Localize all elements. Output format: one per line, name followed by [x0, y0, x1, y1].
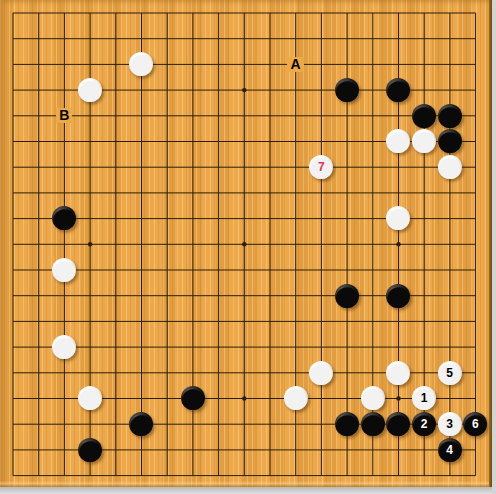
move-number-label: 5 [446, 366, 453, 378]
stone-glyph: ● [78, 386, 102, 410]
stone-glyph: ● [386, 412, 410, 436]
frame-bottom [0, 487, 492, 494]
stone-glyph: ● [386, 284, 410, 308]
white-stone[interactable]: ● [412, 129, 436, 153]
stone-glyph: ● [361, 386, 385, 410]
black-stone[interactable]: ● [386, 284, 410, 308]
board-stones-layer: ●●●●●●●●●●7●●●●●●●●●●5●●●●●1●●●●●2●3●6●●… [0, 0, 488, 488]
white-stone[interactable]: ● [129, 52, 153, 76]
stone-glyph: ● [284, 386, 308, 410]
black-stone[interactable]: ● [438, 129, 462, 153]
white-stone[interactable]: ● [284, 386, 308, 410]
board-letter-b: B [56, 108, 72, 123]
white-stone[interactable]: ● [78, 78, 102, 102]
stone-glyph: ● [129, 412, 153, 436]
black-stone[interactable]: ● [361, 412, 385, 436]
go-board-screenshot: ●●●●●●●●●●7●●●●●●●●●●5●●●●●1●●●●●2●3●6●●… [0, 0, 496, 494]
black-stone-move-2[interactable]: ●2 [412, 412, 436, 436]
move-number-label: 6 [472, 417, 479, 429]
stone-glyph: ● [386, 361, 410, 385]
stone-glyph: ● [52, 206, 76, 230]
stone-glyph: ● [438, 129, 462, 153]
black-stone[interactable]: ● [412, 104, 436, 128]
white-stone[interactable]: ● [52, 335, 76, 359]
board-letter-a: A [287, 57, 303, 72]
stone-glyph: ● [52, 335, 76, 359]
move-number-label: 1 [421, 392, 428, 404]
stone-glyph: ● [335, 412, 359, 436]
white-stone[interactable]: ● [386, 129, 410, 153]
black-stone[interactable]: ● [335, 284, 359, 308]
move-number-label: 4 [446, 443, 453, 455]
black-stone[interactable]: ● [386, 78, 410, 102]
white-stone[interactable]: ● [386, 361, 410, 385]
stone-glyph: ● [129, 52, 153, 76]
frame-right [492, 0, 496, 494]
white-stone[interactable]: ● [78, 386, 102, 410]
stone-glyph: ● [438, 104, 462, 128]
move-number-label: 2 [421, 417, 428, 429]
white-stone[interactable]: ● [361, 386, 385, 410]
white-stone-move-5[interactable]: ●5 [438, 361, 462, 385]
black-stone[interactable]: ● [335, 412, 359, 436]
goban[interactable]: ●●●●●●●●●●7●●●●●●●●●●5●●●●●1●●●●●2●3●6●●… [0, 0, 489, 487]
stone-glyph: ● [412, 129, 436, 153]
stone-glyph: ● [386, 129, 410, 153]
black-stone[interactable]: ● [52, 206, 76, 230]
stone-glyph: ● [309, 361, 333, 385]
move-number-label: 7 [318, 161, 325, 173]
black-stone-move-4[interactable]: ●4 [438, 438, 462, 462]
stone-glyph: ● [78, 438, 102, 462]
black-stone[interactable]: ● [78, 438, 102, 462]
stone-glyph: ● [438, 155, 462, 179]
stone-glyph: ● [361, 412, 385, 436]
white-stone-move-1[interactable]: ●1 [412, 386, 436, 410]
stone-glyph: ● [386, 206, 410, 230]
stone-glyph: ● [181, 386, 205, 410]
white-stone[interactable]: ● [386, 206, 410, 230]
stone-glyph: ● [52, 258, 76, 282]
black-stone-move-6[interactable]: ●6 [463, 412, 487, 436]
black-stone[interactable]: ● [181, 386, 205, 410]
white-stone[interactable]: ● [52, 258, 76, 282]
black-stone[interactable]: ● [438, 104, 462, 128]
stone-glyph: ● [386, 78, 410, 102]
stone-glyph: ● [335, 284, 359, 308]
move-number-label: 3 [446, 417, 453, 429]
stone-glyph: ● [335, 78, 359, 102]
white-stone-move-7[interactable]: ●7 [309, 155, 333, 179]
black-stone[interactable]: ● [386, 412, 410, 436]
black-stone[interactable]: ● [335, 78, 359, 102]
white-stone[interactable]: ● [438, 155, 462, 179]
stone-glyph: ● [78, 78, 102, 102]
white-stone[interactable]: ● [309, 361, 333, 385]
white-stone-move-3[interactable]: ●3 [438, 412, 462, 436]
black-stone[interactable]: ● [129, 412, 153, 436]
stone-glyph: ● [412, 104, 436, 128]
